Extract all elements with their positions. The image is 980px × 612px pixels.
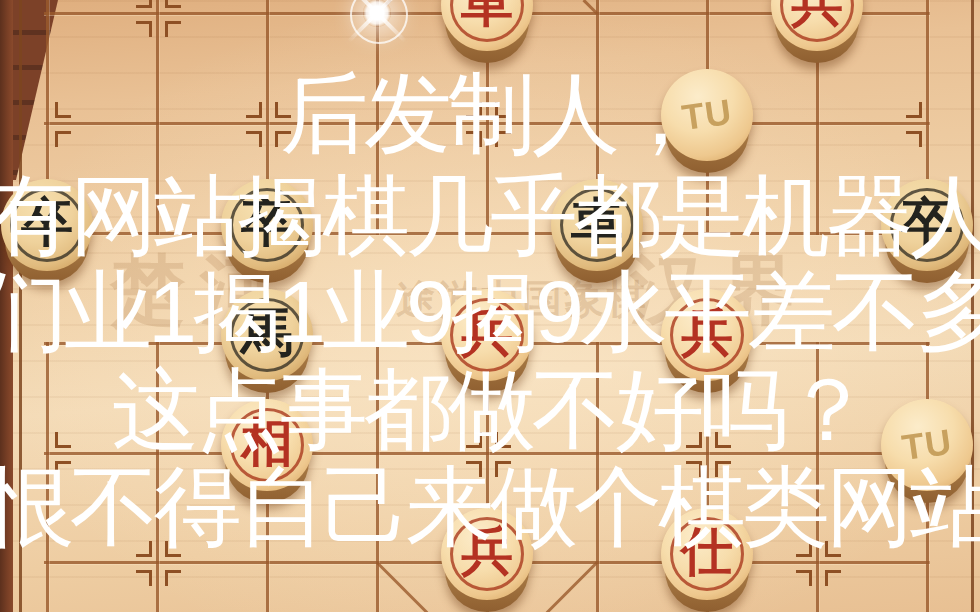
brk xyxy=(906,102,922,118)
brk xyxy=(136,0,152,8)
xiangqi-jieqi-screen: 楚河 汉界 途游中国象棋 車兵TU卒卒車卒馬兵兵相TU兵仕 后发制人， 有网站揭… xyxy=(0,0,980,612)
brk xyxy=(136,570,152,586)
diag xyxy=(376,561,428,612)
brk xyxy=(165,0,181,8)
overlay-caption-4: 这点事都做不好吗？ xyxy=(112,366,868,454)
brk xyxy=(55,102,71,118)
piece-red-chariot[interactable]: 車 xyxy=(439,0,535,61)
overlay-caption-5: 恨不得自己来做个棋类网站 xyxy=(0,463,980,551)
overlay-caption-3: 们业1揭1业9揭9水平差不多 xyxy=(0,268,980,356)
brk xyxy=(165,570,181,586)
brk xyxy=(796,570,812,586)
piece-red-soldier[interactable]: 兵 xyxy=(769,0,865,61)
brk xyxy=(246,102,262,118)
piece-glyph: 車 xyxy=(461,0,513,29)
brk xyxy=(246,131,262,147)
brk xyxy=(825,570,841,586)
brk xyxy=(165,21,181,37)
brk xyxy=(55,432,71,448)
brk xyxy=(136,21,152,37)
brk xyxy=(906,131,922,147)
overlay-caption-2: 有网站揭棋几乎都是机器人 xyxy=(0,172,980,260)
brk xyxy=(55,131,71,147)
diag xyxy=(546,561,598,612)
piece-glyph: 兵 xyxy=(791,0,843,29)
overlay-caption-1: 后发制人， xyxy=(280,70,700,158)
